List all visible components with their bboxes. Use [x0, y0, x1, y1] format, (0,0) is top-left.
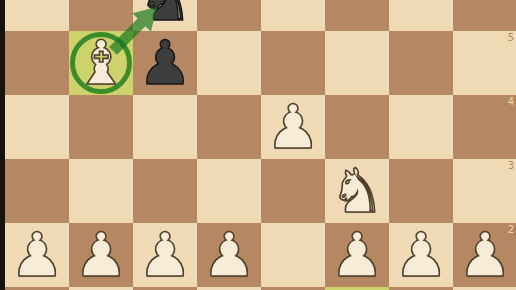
white-pawn-h2[interactable]: ♟ — [453, 223, 516, 287]
black-pawn-c5[interactable]: ♟ — [133, 31, 197, 95]
chess-app-viewport: 5432 ♞♝♟♟♞♟♟♟♟♟♟♟ — [0, 0, 516, 290]
white-pawn-a2[interactable]: ♟ — [5, 223, 69, 287]
white-pawn-c2[interactable]: ♟ — [133, 223, 197, 287]
white-bishop-b5[interactable]: ♝ — [69, 31, 133, 95]
window-edge — [0, 0, 5, 290]
white-pawn-g2[interactable]: ♟ — [389, 223, 453, 287]
pieces-layer: ♞♝♟♟♞♟♟♟♟♟♟♟ — [0, 0, 516, 290]
white-knight-f3[interactable]: ♞ — [325, 159, 389, 223]
white-pawn-f2[interactable]: ♟ — [325, 223, 389, 287]
white-pawn-e4[interactable]: ♟ — [261, 95, 325, 159]
white-pawn-b2[interactable]: ♟ — [69, 223, 133, 287]
white-pawn-d2[interactable]: ♟ — [197, 223, 261, 287]
